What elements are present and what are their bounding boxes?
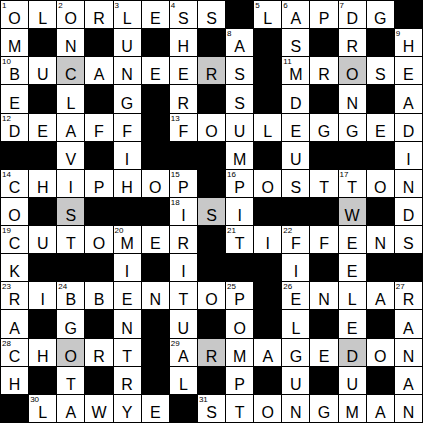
black-cell-r14c14 bbox=[367, 367, 394, 394]
cell-letter: A bbox=[395, 376, 422, 393]
cell-r5c9[interactable]: U bbox=[226, 114, 253, 141]
cell-letter: E bbox=[142, 404, 169, 421]
cell-letter: I bbox=[254, 235, 281, 252]
cell-r3c6[interactable]: E bbox=[142, 57, 169, 84]
cell-r11c6[interactable]: N bbox=[142, 282, 169, 309]
cell-letter: I bbox=[170, 207, 197, 224]
cell-r9c6[interactable]: E bbox=[142, 226, 169, 253]
cell-letter: S bbox=[282, 179, 309, 196]
clue-number: 23 bbox=[2, 282, 11, 291]
cell-r9c12[interactable]: F bbox=[310, 226, 337, 253]
clue-number: 13 bbox=[171, 114, 180, 123]
cell-r4c1[interactable]: E bbox=[1, 85, 28, 112]
cell-r5c11[interactable]: E bbox=[282, 114, 309, 141]
cell-r1c3[interactable]: 2O bbox=[57, 1, 84, 28]
cell-r2c3[interactable]: N bbox=[57, 29, 84, 56]
cell-r2c15[interactable]: 9H bbox=[395, 29, 422, 56]
cell-r13c2[interactable]: H bbox=[29, 339, 56, 366]
cell-letter: D bbox=[395, 207, 422, 224]
cell-letter: A bbox=[367, 404, 394, 421]
cell-r2c11[interactable]: S bbox=[282, 29, 309, 56]
cell-r7c3[interactable]: I bbox=[57, 170, 84, 197]
cell-r2c9[interactable]: 8A bbox=[226, 29, 253, 56]
cell-r13c12[interactable]: E bbox=[310, 339, 337, 366]
clue-number: 31 bbox=[199, 395, 208, 404]
cell-r13c10[interactable]: A bbox=[254, 339, 281, 366]
cell-r14c13[interactable]: U bbox=[339, 367, 366, 394]
cell-r9c10[interactable]: I bbox=[254, 226, 281, 253]
cell-r1c6[interactable]: E bbox=[142, 1, 169, 28]
cell-r10c7[interactable]: I bbox=[170, 254, 197, 281]
cell-r8c9[interactable]: I bbox=[226, 198, 253, 225]
clue-number: 16 bbox=[227, 170, 236, 179]
cell-r11c3[interactable]: 24B bbox=[57, 282, 84, 309]
cell-r13c7[interactable]: 29A bbox=[170, 339, 197, 366]
clue-number: 20 bbox=[115, 226, 124, 235]
cell-r7c15[interactable]: N bbox=[395, 170, 422, 197]
cell-r10c13[interactable]: E bbox=[339, 254, 366, 281]
cell-letter: W bbox=[339, 207, 366, 224]
cell-r7c9[interactable]: 16P bbox=[226, 170, 253, 197]
cell-letter: N bbox=[114, 66, 141, 83]
cell-r7c7[interactable]: 15P bbox=[170, 170, 197, 197]
cell-r3c4[interactable]: A bbox=[85, 57, 112, 84]
black-cell-r10c4 bbox=[85, 254, 112, 281]
cell-r10c1[interactable]: K bbox=[1, 254, 28, 281]
cell-letter: A bbox=[395, 320, 422, 337]
cell-r3c11[interactable]: 11M bbox=[282, 57, 309, 84]
cell-letter: E bbox=[170, 66, 197, 83]
cell-r9c13[interactable]: E bbox=[339, 226, 366, 253]
cell-r12c1[interactable]: A bbox=[1, 310, 28, 337]
cell-r3c14[interactable]: S bbox=[367, 57, 394, 84]
cell-letter: G bbox=[57, 320, 84, 337]
cell-r11c11[interactable]: 26E bbox=[282, 282, 309, 309]
clue-number: 14 bbox=[2, 170, 11, 179]
black-cell-r12c2 bbox=[29, 310, 56, 337]
cell-r8c3[interactable]: S bbox=[57, 198, 84, 225]
cell-r13c3[interactable]: O bbox=[57, 339, 84, 366]
clue-number: 7 bbox=[340, 1, 344, 10]
cell-r14c7[interactable]: L bbox=[170, 367, 197, 394]
black-cell-r6c12 bbox=[310, 142, 337, 169]
cell-letter: L bbox=[114, 10, 141, 27]
cell-r13c4[interactable]: R bbox=[85, 339, 112, 366]
cell-letter: O bbox=[57, 348, 84, 365]
cell-r15c9[interactable]: T bbox=[226, 395, 253, 422]
black-cell-r10c6 bbox=[142, 254, 169, 281]
cell-r4c5[interactable]: G bbox=[114, 85, 141, 112]
black-cell-r8c5 bbox=[114, 198, 141, 225]
cell-r1c8[interactable]: S bbox=[198, 1, 225, 28]
cell-letter: I bbox=[170, 263, 197, 280]
cell-letter: A bbox=[85, 66, 112, 83]
black-cell-r14c8 bbox=[198, 367, 225, 394]
cell-letter: U bbox=[339, 376, 366, 393]
black-cell-r4c12 bbox=[310, 85, 337, 112]
cell-r5c5[interactable]: F bbox=[114, 114, 141, 141]
clue-number: 21 bbox=[227, 226, 236, 235]
cell-r10c5[interactable]: I bbox=[114, 254, 141, 281]
clue-number: 30 bbox=[30, 395, 39, 404]
black-cell-r10c15 bbox=[395, 254, 422, 281]
cell-letter: O bbox=[339, 66, 366, 83]
cell-r14c11[interactable]: U bbox=[282, 367, 309, 394]
cell-r4c9[interactable]: S bbox=[226, 85, 253, 112]
clue-number: 6 bbox=[283, 1, 287, 10]
cell-letter: N bbox=[395, 404, 422, 421]
cell-r1c13[interactable]: 7D bbox=[339, 1, 366, 28]
black-cell-r11c10 bbox=[254, 282, 281, 309]
black-cell-r4c14 bbox=[367, 85, 394, 112]
cell-r15c14[interactable]: A bbox=[367, 395, 394, 422]
cell-r4c7[interactable]: R bbox=[170, 85, 197, 112]
cell-r2c1[interactable]: M bbox=[1, 29, 28, 56]
cell-r12c15[interactable]: A bbox=[395, 310, 422, 337]
black-cell-r10c2 bbox=[29, 254, 56, 281]
cell-r9c14[interactable]: N bbox=[367, 226, 394, 253]
black-cell-r6c13 bbox=[339, 142, 366, 169]
cell-r8c1[interactable]: O bbox=[1, 198, 28, 225]
cell-letter: T bbox=[57, 376, 84, 393]
cell-r12c9[interactable]: O bbox=[226, 310, 253, 337]
cell-letter: O bbox=[254, 404, 281, 421]
clue-number: 4 bbox=[171, 1, 175, 10]
cell-r5c1[interactable]: 12D bbox=[1, 114, 28, 141]
cell-letter: F bbox=[85, 123, 112, 140]
cell-r2c7[interactable]: H bbox=[170, 29, 197, 56]
cell-r11c13[interactable]: L bbox=[339, 282, 366, 309]
cell-r2c5[interactable]: U bbox=[114, 29, 141, 56]
crossword-board: 1OL2OR3LE4SS5L6AP7DGMNUH8ASR9H10BUCANEER… bbox=[0, 0, 423, 423]
cell-letter: T bbox=[226, 235, 253, 252]
cell-letter: O bbox=[1, 207, 28, 224]
cell-letter: I bbox=[282, 263, 309, 280]
cell-letter: C bbox=[1, 179, 28, 196]
cell-r11c14[interactable]: A bbox=[367, 282, 394, 309]
cell-r5c7[interactable]: 13F bbox=[170, 114, 197, 141]
clue-number: 11 bbox=[283, 57, 291, 66]
cell-r6c3[interactable]: V bbox=[57, 142, 84, 169]
cell-r11c7[interactable]: T bbox=[170, 282, 197, 309]
cell-r6c9[interactable]: M bbox=[226, 142, 253, 169]
cell-r7c2[interactable]: H bbox=[29, 170, 56, 197]
cell-r12c5[interactable]: N bbox=[114, 310, 141, 337]
cell-r14c1[interactable]: H bbox=[1, 367, 28, 394]
cell-r3c12[interactable]: R bbox=[310, 57, 337, 84]
cell-letter: W bbox=[85, 404, 112, 421]
cell-r9c5[interactable]: 20M bbox=[114, 226, 141, 253]
black-cell-r12c6 bbox=[142, 310, 169, 337]
cell-letter: M bbox=[282, 66, 309, 83]
cell-r15c11[interactable]: N bbox=[282, 395, 309, 422]
cell-r5c4[interactable]: F bbox=[85, 114, 112, 141]
cell-r13c15[interactable]: N bbox=[395, 339, 422, 366]
cell-r15c6[interactable]: E bbox=[142, 395, 169, 422]
cell-letter: H bbox=[170, 38, 197, 55]
cell-r11c5[interactable]: E bbox=[114, 282, 141, 309]
cell-letter: C bbox=[57, 66, 84, 83]
cell-r12c11[interactable]: L bbox=[282, 310, 309, 337]
cell-letter: O bbox=[142, 179, 169, 196]
cell-r8c13[interactable]: W bbox=[339, 198, 366, 225]
black-cell-r1c9 bbox=[226, 1, 253, 28]
cell-r1c14[interactable]: G bbox=[367, 1, 394, 28]
cell-r6c5[interactable]: I bbox=[114, 142, 141, 169]
cell-r12c7[interactable]: U bbox=[170, 310, 197, 337]
black-cell-r2c2 bbox=[29, 29, 56, 56]
cell-r8c8[interactable]: S bbox=[198, 198, 225, 225]
cell-letter: G bbox=[282, 348, 309, 365]
cell-letter: T bbox=[226, 404, 253, 421]
cell-letter: U bbox=[282, 376, 309, 393]
cell-r9c4[interactable]: O bbox=[85, 226, 112, 253]
cell-letter: M bbox=[226, 151, 253, 168]
clue-number: 10 bbox=[2, 57, 11, 66]
cell-r11c9[interactable]: 25P bbox=[226, 282, 253, 309]
black-cell-r14c12 bbox=[310, 367, 337, 394]
cell-r9c15[interactable]: S bbox=[395, 226, 422, 253]
cell-r4c3[interactable]: L bbox=[57, 85, 84, 112]
cell-r7c12[interactable]: T bbox=[310, 170, 337, 197]
clue-number: 18 bbox=[171, 198, 180, 207]
cell-r12c13[interactable]: E bbox=[339, 310, 366, 337]
cell-r15c2[interactable]: 30L bbox=[29, 395, 56, 422]
clue-number: 3 bbox=[115, 1, 119, 10]
cell-r9c11[interactable]: 22F bbox=[282, 226, 309, 253]
cell-r13c14[interactable]: O bbox=[367, 339, 394, 366]
cell-letter: H bbox=[1, 376, 28, 393]
cell-letter: L bbox=[254, 10, 281, 27]
cell-r11c15[interactable]: 27R bbox=[395, 282, 422, 309]
cell-r15c8[interactable]: 31S bbox=[198, 395, 225, 422]
cell-r7c11[interactable]: S bbox=[282, 170, 309, 197]
cell-r1c4[interactable]: R bbox=[85, 1, 112, 28]
black-cell-r8c2 bbox=[29, 198, 56, 225]
cell-r8c7[interactable]: 18I bbox=[170, 198, 197, 225]
cell-letter: D bbox=[1, 123, 28, 140]
cell-r12c3[interactable]: G bbox=[57, 310, 84, 337]
clue-number: 26 bbox=[283, 282, 292, 291]
cell-letter: R bbox=[85, 348, 112, 365]
cell-r1c1[interactable]: 1O bbox=[1, 1, 28, 28]
cell-letter: R bbox=[85, 10, 112, 27]
cell-r7c4[interactable]: P bbox=[85, 170, 112, 197]
cell-r5c10[interactable]: L bbox=[254, 114, 281, 141]
cell-r3c7[interactable]: E bbox=[170, 57, 197, 84]
cell-letter: O bbox=[254, 179, 281, 196]
cell-r14c5[interactable]: R bbox=[114, 367, 141, 394]
black-cell-r10c9 bbox=[226, 254, 253, 281]
cell-r9c9[interactable]: 21T bbox=[226, 226, 253, 253]
cell-r14c3[interactable]: T bbox=[57, 367, 84, 394]
cell-r3c1[interactable]: 10B bbox=[1, 57, 28, 84]
cell-r15c13[interactable]: M bbox=[339, 395, 366, 422]
cell-letter: I bbox=[114, 263, 141, 280]
cell-r11c12[interactable]: N bbox=[310, 282, 337, 309]
cell-letter: D bbox=[339, 348, 366, 365]
black-cell-r12c8 bbox=[198, 310, 225, 337]
cell-letter: O bbox=[198, 291, 225, 308]
cell-letter: E bbox=[142, 235, 169, 252]
cell-letter: N bbox=[310, 291, 337, 308]
cell-letter: P bbox=[310, 10, 337, 27]
cell-r15c12[interactable]: G bbox=[310, 395, 337, 422]
black-cell-r9c8 bbox=[198, 226, 225, 253]
black-cell-r5c6 bbox=[142, 114, 169, 141]
cell-letter: G bbox=[310, 123, 337, 140]
cell-r3c9[interactable]: S bbox=[226, 57, 253, 84]
black-cell-r4c4 bbox=[85, 85, 112, 112]
black-cell-r8c10 bbox=[254, 198, 281, 225]
clue-number: 29 bbox=[171, 339, 180, 348]
cell-r13c5[interactable]: T bbox=[114, 339, 141, 366]
cell-letter: O bbox=[367, 179, 394, 196]
clue-number: 22 bbox=[283, 226, 292, 235]
clue-number: 25 bbox=[227, 282, 236, 291]
cell-r6c15[interactable]: I bbox=[395, 142, 422, 169]
cell-letter: R bbox=[170, 95, 197, 112]
cell-letter: L bbox=[254, 123, 281, 140]
cell-r5c12[interactable]: G bbox=[310, 114, 337, 141]
cell-r4c11[interactable]: D bbox=[282, 85, 309, 112]
cell-letter: E bbox=[339, 320, 366, 337]
cell-r8c15[interactable]: D bbox=[395, 198, 422, 225]
cell-r9c7[interactable]: R bbox=[170, 226, 197, 253]
black-cell-r6c6 bbox=[142, 142, 169, 169]
cell-r9c2[interactable]: U bbox=[29, 226, 56, 253]
cell-r14c9[interactable]: P bbox=[226, 367, 253, 394]
cell-r3c13[interactable]: O bbox=[339, 57, 366, 84]
clue-number: 12 bbox=[2, 114, 11, 123]
cell-r1c12[interactable]: P bbox=[310, 1, 337, 28]
cell-letter: U bbox=[170, 320, 197, 337]
cell-letter: E bbox=[142, 10, 169, 27]
cell-letter: N bbox=[282, 404, 309, 421]
black-cell-r4c6 bbox=[142, 85, 169, 112]
cell-r1c11[interactable]: 6A bbox=[282, 1, 309, 28]
cell-letter: L bbox=[57, 95, 84, 112]
cell-r11c1[interactable]: 23R bbox=[1, 282, 28, 309]
clue-number: 1 bbox=[2, 1, 6, 10]
cell-r5c8[interactable]: O bbox=[198, 114, 225, 141]
cell-letter: L bbox=[29, 10, 56, 27]
cell-letter: O bbox=[85, 235, 112, 252]
cell-r11c2[interactable]: I bbox=[29, 282, 56, 309]
cell-r15c5[interactable]: Y bbox=[114, 395, 141, 422]
cell-r14c15[interactable]: A bbox=[395, 367, 422, 394]
cell-r7c6[interactable]: O bbox=[142, 170, 169, 197]
cell-letter: E bbox=[367, 123, 394, 140]
cell-letter: F bbox=[114, 123, 141, 140]
cell-r10c11[interactable]: I bbox=[282, 254, 309, 281]
cell-r5c13[interactable]: G bbox=[339, 114, 366, 141]
black-cell-r3c10 bbox=[254, 57, 281, 84]
cell-r7c13[interactable]: 17T bbox=[339, 170, 366, 197]
cell-r13c9[interactable]: M bbox=[226, 339, 253, 366]
cell-r7c14[interactable]: O bbox=[367, 170, 394, 197]
cell-r2c13[interactable]: R bbox=[339, 29, 366, 56]
cell-letter: B bbox=[57, 291, 84, 308]
cell-r9c1[interactable]: 19C bbox=[1, 226, 28, 253]
black-cell-r6c2 bbox=[29, 142, 56, 169]
cell-letter: Y bbox=[114, 404, 141, 421]
cell-r13c8[interactable]: R bbox=[198, 339, 225, 366]
clue-number: 19 bbox=[2, 226, 11, 235]
cell-r7c1[interactable]: 14C bbox=[1, 170, 28, 197]
cell-r3c3[interactable]: C bbox=[57, 57, 84, 84]
cell-r1c5[interactable]: 3L bbox=[114, 1, 141, 28]
cell-letter: A bbox=[170, 348, 197, 365]
black-cell-r14c6 bbox=[142, 367, 169, 394]
cell-letter: H bbox=[29, 179, 56, 196]
black-cell-r1c15 bbox=[395, 1, 422, 28]
cell-letter: S bbox=[198, 404, 225, 421]
cell-letter: E bbox=[339, 263, 366, 280]
cell-r5c2[interactable]: E bbox=[29, 114, 56, 141]
cell-r7c5[interactable]: H bbox=[114, 170, 141, 197]
cell-r3c2[interactable]: U bbox=[29, 57, 56, 84]
cell-letter: A bbox=[367, 291, 394, 308]
black-cell-r2c4 bbox=[85, 29, 112, 56]
cell-letter: U bbox=[114, 38, 141, 55]
cell-r4c13[interactable]: N bbox=[339, 85, 366, 112]
cell-letter: O bbox=[1, 10, 28, 27]
cell-letter: R bbox=[339, 38, 366, 55]
cell-r13c13[interactable]: D bbox=[339, 339, 366, 366]
cell-r11c4[interactable]: B bbox=[85, 282, 112, 309]
cell-letter: S bbox=[57, 207, 84, 224]
cell-r15c15[interactable]: N bbox=[395, 395, 422, 422]
cell-r15c4[interactable]: W bbox=[85, 395, 112, 422]
cell-r11c8[interactable]: O bbox=[198, 282, 225, 309]
black-cell-r4c10 bbox=[254, 85, 281, 112]
cell-r15c3[interactable]: A bbox=[57, 395, 84, 422]
cell-r3c15[interactable]: E bbox=[395, 57, 422, 84]
cell-r1c10[interactable]: 5L bbox=[254, 1, 281, 28]
clue-number: 5 bbox=[255, 1, 259, 10]
cell-r13c1[interactable]: 28C bbox=[1, 339, 28, 366]
cell-r5c3[interactable]: A bbox=[57, 114, 84, 141]
cell-letter: N bbox=[142, 291, 169, 308]
cell-letter: L bbox=[282, 320, 309, 337]
black-cell-r2c14 bbox=[367, 29, 394, 56]
cell-r3c5[interactable]: N bbox=[114, 57, 141, 84]
clue-number: 28 bbox=[2, 339, 11, 348]
cell-r9c3[interactable]: T bbox=[57, 226, 84, 253]
cell-r15c10[interactable]: O bbox=[254, 395, 281, 422]
cell-letter: C bbox=[1, 235, 28, 252]
cell-r3c8[interactable]: R bbox=[198, 57, 225, 84]
cell-r5c15[interactable]: D bbox=[395, 114, 422, 141]
cell-r4c15[interactable]: A bbox=[395, 85, 422, 112]
cell-r7c10[interactable]: O bbox=[254, 170, 281, 197]
cell-r5c14[interactable]: E bbox=[367, 114, 394, 141]
black-cell-r14c4 bbox=[85, 367, 112, 394]
cell-letter: D bbox=[395, 123, 422, 140]
cell-r1c7[interactable]: 4S bbox=[170, 1, 197, 28]
cell-letter: P bbox=[226, 291, 253, 308]
cell-letter: N bbox=[57, 38, 84, 55]
cell-r13c11[interactable]: G bbox=[282, 339, 309, 366]
black-cell-r8c14 bbox=[367, 198, 394, 225]
cell-letter: L bbox=[339, 291, 366, 308]
cell-letter: I bbox=[226, 207, 253, 224]
cell-letter: L bbox=[170, 376, 197, 393]
cell-r6c11[interactable]: U bbox=[282, 142, 309, 169]
cell-r1c2[interactable]: L bbox=[29, 1, 56, 28]
cell-letter: H bbox=[29, 348, 56, 365]
